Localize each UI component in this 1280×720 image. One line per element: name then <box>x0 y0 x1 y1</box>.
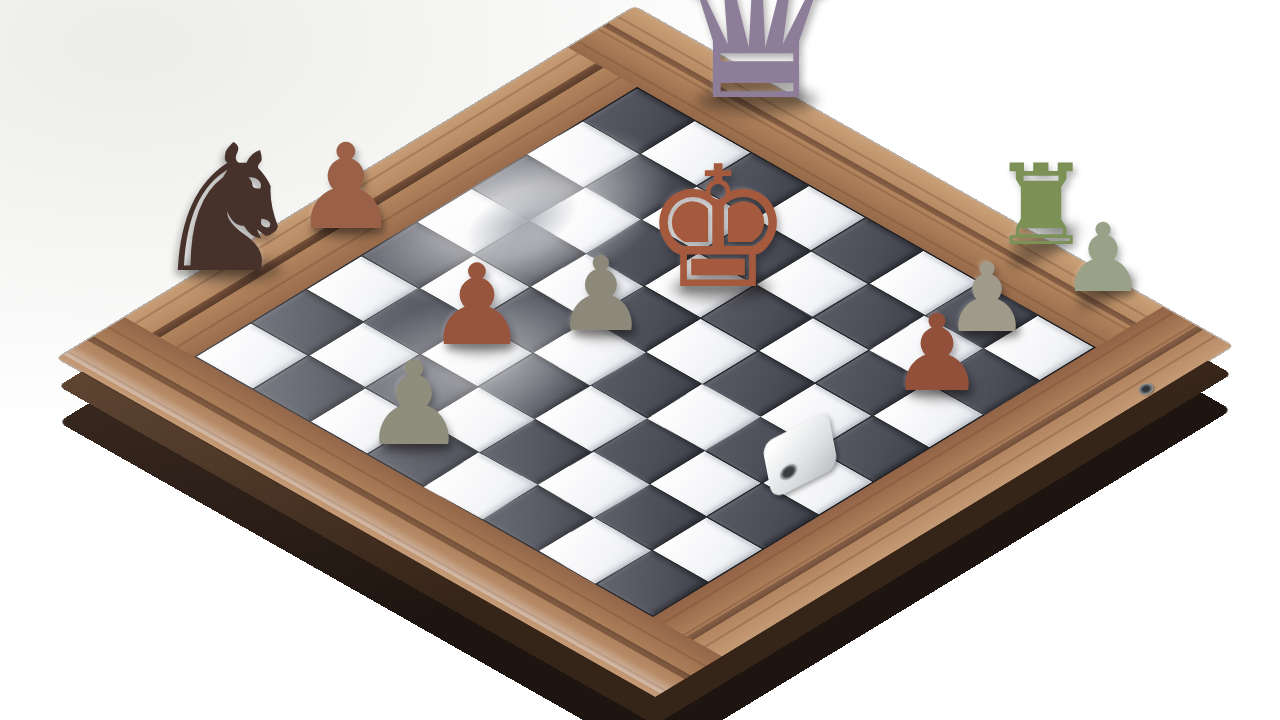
piece-pawn-gray-d6[interactable]: ♟ <box>555 243 647 346</box>
pawn-glyph: ♟ <box>889 301 984 407</box>
piece-pawn-brown-c7[interactable]: ♟ <box>293 128 399 246</box>
piece-king-terracotta[interactable]: ♚ <box>643 144 794 312</box>
pawn-glyph: ♟ <box>555 243 647 346</box>
queen-glyph: ♛ <box>665 0 849 129</box>
piece-queen-purple[interactable]: ♛ <box>665 0 849 129</box>
piece-knight-darkbrown[interactable]: ♞ <box>150 122 307 297</box>
pawn-glyph: ♟ <box>293 128 399 246</box>
pawn-glyph: ♟ <box>1060 211 1145 306</box>
piece-pawn-olive-b5[interactable]: ♟ <box>362 346 466 462</box>
piece-pawn-brown-g5[interactable]: ♟ <box>889 301 984 407</box>
pawn-glyph: ♟ <box>362 346 466 462</box>
knight-glyph: ♞ <box>150 122 307 297</box>
chess-scene: ♛ ♟ ♜ ♞ ♚ ♟ ♟ ♟ ♟ ♟ ♟ <box>0 0 1280 720</box>
king-glyph: ♚ <box>643 144 794 312</box>
piece-pawn-green-captured[interactable]: ♟ <box>1060 211 1145 306</box>
tile-hole <box>778 461 799 484</box>
